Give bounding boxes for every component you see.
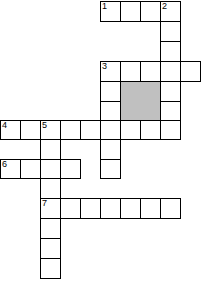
cell-r7-c5[interactable] [100, 139, 121, 160]
cell-r11-c2[interactable] [40, 218, 61, 239]
cell-r2-c8[interactable] [160, 41, 181, 62]
cell-r8-c1[interactable] [20, 159, 41, 179]
cell-r10-c2[interactable]: 7 [40, 198, 61, 219]
cell-r10-c7[interactable] [140, 198, 161, 219]
cell-r10-c5[interactable] [100, 198, 121, 219]
cell-r9-c2[interactable] [40, 178, 61, 199]
crossword-board: 1234567 [0, 0, 201, 281]
cell-r8-c0[interactable]: 6 [0, 159, 21, 179]
cell-r3-c7[interactable] [140, 61, 161, 82]
cell-r10-c4[interactable] [80, 198, 101, 219]
cell-r6-c1[interactable] [20, 120, 41, 140]
clue-number-1: 1 [102, 2, 107, 11]
cell-r6-c6[interactable] [120, 120, 141, 140]
clue-number-5: 5 [42, 121, 47, 130]
cell-r6-c0[interactable]: 4 [0, 120, 21, 140]
cell-r0-c7[interactable] [140, 1, 161, 22]
cell-r0-c5[interactable]: 1 [100, 1, 121, 22]
cell-r7-c2[interactable] [40, 139, 61, 160]
cell-r0-c8[interactable]: 2 [160, 1, 181, 22]
cell-r6-c7[interactable] [140, 120, 161, 140]
cell-r3-c5[interactable]: 3 [100, 61, 121, 82]
cell-r6-c8[interactable] [160, 120, 181, 140]
clue-number-3: 3 [102, 62, 107, 71]
cell-r10-c8[interactable] [160, 198, 181, 219]
clue-number-2: 2 [162, 2, 167, 11]
cell-r10-c6[interactable] [120, 198, 141, 219]
cell-r3-c9[interactable] [180, 61, 201, 82]
cell-r6-c4[interactable] [80, 120, 101, 140]
cell-r8-c2[interactable] [40, 159, 61, 179]
clue-number-7: 7 [42, 199, 47, 208]
cell-r10-c3[interactable] [60, 198, 81, 219]
cell-r8-c5[interactable] [100, 159, 121, 179]
blocked-region [120, 81, 161, 121]
cell-r13-c2[interactable] [40, 258, 61, 279]
cell-r4-c8[interactable] [160, 81, 181, 102]
clue-number-6: 6 [2, 160, 7, 169]
cell-r0-c6[interactable] [120, 1, 141, 22]
cell-r12-c2[interactable] [40, 238, 61, 259]
cell-r6-c5[interactable] [100, 120, 121, 140]
cell-r5-c8[interactable] [160, 101, 181, 121]
cell-r5-c5[interactable] [100, 101, 121, 121]
clue-number-4: 4 [2, 121, 7, 130]
cell-r3-c6[interactable] [120, 61, 141, 82]
cell-r4-c5[interactable] [100, 81, 121, 102]
cell-r1-c8[interactable] [160, 21, 181, 42]
cell-r3-c8[interactable] [160, 61, 181, 82]
cell-r6-c2[interactable]: 5 [40, 120, 61, 140]
cell-r8-c3[interactable] [60, 159, 81, 179]
cell-r6-c3[interactable] [60, 120, 81, 140]
